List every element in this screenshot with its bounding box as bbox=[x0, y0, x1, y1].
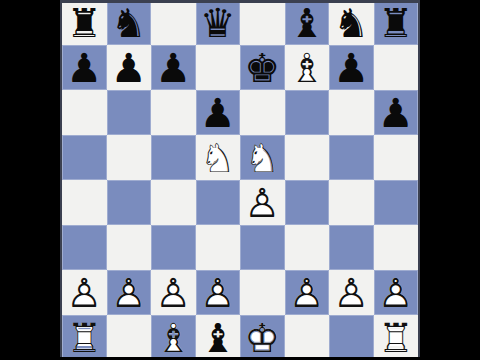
square-a6[interactable] bbox=[62, 90, 107, 135]
piece-white-pawn: ♟♙ bbox=[62, 270, 107, 315]
square-g6[interactable] bbox=[329, 90, 374, 135]
square-f7[interactable]: ♝♗ bbox=[285, 45, 330, 90]
square-h7[interactable] bbox=[374, 45, 419, 90]
piece-white-pawn: ♟♙ bbox=[151, 270, 196, 315]
square-c7[interactable]: ♟ bbox=[151, 45, 196, 90]
piece-white-knight: ♞♘ bbox=[196, 135, 241, 180]
piece-white-pawn: ♟♙ bbox=[285, 270, 330, 315]
square-c6[interactable] bbox=[151, 90, 196, 135]
square-b2[interactable]: ♟♙ bbox=[107, 270, 152, 315]
piece-black-rook: ♜ bbox=[62, 0, 107, 45]
square-a3[interactable] bbox=[62, 225, 107, 270]
square-c3[interactable] bbox=[151, 225, 196, 270]
square-h3[interactable] bbox=[374, 225, 419, 270]
square-f3[interactable] bbox=[285, 225, 330, 270]
square-a2[interactable]: ♟♙ bbox=[62, 270, 107, 315]
square-g8[interactable]: ♞ bbox=[329, 0, 374, 45]
square-b7[interactable]: ♟ bbox=[107, 45, 152, 90]
square-e8[interactable] bbox=[240, 0, 285, 45]
square-g4[interactable] bbox=[329, 180, 374, 225]
square-d7[interactable] bbox=[196, 45, 241, 90]
square-f5[interactable] bbox=[285, 135, 330, 180]
piece-black-knight: ♞ bbox=[107, 0, 152, 45]
piece-black-pawn: ♟ bbox=[329, 45, 374, 90]
board-grid: ♜♞♛♝♞♜♟♟♟♚♝♗♟♟♟♞♘♞♘♟♙♟♙♟♙♟♙♟♙♟♙♟♙♟♙♜♖♝♗♝… bbox=[62, 0, 418, 360]
square-g7[interactable]: ♟ bbox=[329, 45, 374, 90]
square-c2[interactable]: ♟♙ bbox=[151, 270, 196, 315]
square-f4[interactable] bbox=[285, 180, 330, 225]
square-e4[interactable]: ♟♙ bbox=[240, 180, 285, 225]
square-a5[interactable] bbox=[62, 135, 107, 180]
square-g5[interactable] bbox=[329, 135, 374, 180]
piece-white-knight: ♞♘ bbox=[240, 135, 285, 180]
piece-black-pawn: ♟ bbox=[62, 45, 107, 90]
square-g3[interactable] bbox=[329, 225, 374, 270]
square-h1[interactable]: ♜♖ bbox=[374, 315, 419, 360]
square-b8[interactable]: ♞ bbox=[107, 0, 152, 45]
square-a8[interactable]: ♜ bbox=[62, 0, 107, 45]
square-c4[interactable] bbox=[151, 180, 196, 225]
square-d5[interactable]: ♞♘ bbox=[196, 135, 241, 180]
square-f8[interactable]: ♝ bbox=[285, 0, 330, 45]
square-g2[interactable]: ♟♙ bbox=[329, 270, 374, 315]
square-h6[interactable]: ♟ bbox=[374, 90, 419, 135]
piece-black-rook: ♜ bbox=[374, 0, 419, 45]
piece-black-queen: ♛ bbox=[196, 0, 241, 45]
square-a7[interactable]: ♟ bbox=[62, 45, 107, 90]
chess-board: ♜♞♛♝♞♜♟♟♟♚♝♗♟♟♟♞♘♞♘♟♙♟♙♟♙♟♙♟♙♟♙♟♙♟♙♜♖♝♗♝… bbox=[60, 0, 420, 360]
piece-white-rook: ♜♖ bbox=[62, 315, 107, 360]
square-a1[interactable]: ♜♖ bbox=[62, 315, 107, 360]
letterbox-left bbox=[0, 0, 60, 360]
square-b6[interactable] bbox=[107, 90, 152, 135]
square-f1[interactable] bbox=[285, 315, 330, 360]
square-c8[interactable] bbox=[151, 0, 196, 45]
piece-black-pawn: ♟ bbox=[107, 45, 152, 90]
square-h5[interactable] bbox=[374, 135, 419, 180]
piece-white-pawn: ♟♙ bbox=[240, 180, 285, 225]
square-b3[interactable] bbox=[107, 225, 152, 270]
piece-white-pawn: ♟♙ bbox=[329, 270, 374, 315]
piece-white-rook: ♜♖ bbox=[374, 315, 419, 360]
square-d1[interactable]: ♝ bbox=[196, 315, 241, 360]
square-a4[interactable] bbox=[62, 180, 107, 225]
square-h2[interactable]: ♟♙ bbox=[374, 270, 419, 315]
piece-black-pawn: ♟ bbox=[151, 45, 196, 90]
square-d8[interactable]: ♛ bbox=[196, 0, 241, 45]
piece-black-king: ♚ bbox=[240, 45, 285, 90]
square-e3[interactable] bbox=[240, 225, 285, 270]
square-d6[interactable]: ♟ bbox=[196, 90, 241, 135]
piece-white-king: ♚♔ bbox=[240, 315, 285, 360]
square-b4[interactable] bbox=[107, 180, 152, 225]
square-c1[interactable]: ♝♗ bbox=[151, 315, 196, 360]
square-e5[interactable]: ♞♘ bbox=[240, 135, 285, 180]
piece-black-knight: ♞ bbox=[329, 0, 374, 45]
square-e7[interactable]: ♚ bbox=[240, 45, 285, 90]
piece-black-bishop: ♝ bbox=[285, 0, 330, 45]
square-f2[interactable]: ♟♙ bbox=[285, 270, 330, 315]
piece-white-bishop: ♝♗ bbox=[151, 315, 196, 360]
square-c5[interactable] bbox=[151, 135, 196, 180]
piece-white-pawn: ♟♙ bbox=[107, 270, 152, 315]
square-f6[interactable] bbox=[285, 90, 330, 135]
square-g1[interactable] bbox=[329, 315, 374, 360]
piece-black-pawn: ♟ bbox=[374, 90, 419, 135]
piece-white-pawn: ♟♙ bbox=[374, 270, 419, 315]
top-edge-strip bbox=[60, 0, 420, 3]
square-e2[interactable] bbox=[240, 270, 285, 315]
piece-black-pawn: ♟ bbox=[196, 90, 241, 135]
square-d2[interactable]: ♟♙ bbox=[196, 270, 241, 315]
square-d4[interactable] bbox=[196, 180, 241, 225]
square-h4[interactable] bbox=[374, 180, 419, 225]
square-h8[interactable]: ♜ bbox=[374, 0, 419, 45]
piece-white-bishop: ♝♗ bbox=[285, 45, 330, 90]
piece-white-pawn: ♟♙ bbox=[196, 270, 241, 315]
video-frame: ♜♞♛♝♞♜♟♟♟♚♝♗♟♟♟♞♘♞♘♟♙♟♙♟♙♟♙♟♙♟♙♟♙♟♙♜♖♝♗♝… bbox=[0, 0, 480, 360]
piece-black-bishop: ♝ bbox=[196, 315, 241, 360]
square-b1[interactable] bbox=[107, 315, 152, 360]
square-d3[interactable] bbox=[196, 225, 241, 270]
square-e6[interactable] bbox=[240, 90, 285, 135]
square-e1[interactable]: ♚♔ bbox=[240, 315, 285, 360]
square-b5[interactable] bbox=[107, 135, 152, 180]
letterbox-right bbox=[420, 0, 480, 360]
